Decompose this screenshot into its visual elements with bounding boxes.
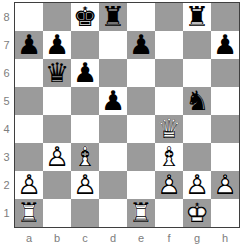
piece-white-pawn: ♙ [155,171,183,199]
piece-white-pawn: ♙ [211,171,239,199]
square-e3[interactable] [127,143,155,171]
square-f5[interactable] [155,87,183,115]
piece-white-bishop: ♗ [155,143,183,171]
rank-label-4: 4 [0,115,13,143]
square-b5[interactable] [43,87,71,115]
square-f8[interactable] [155,3,183,31]
square-d1[interactable] [99,199,127,227]
piece-white-pawn: ♙ [71,171,99,199]
file-label-h: h [211,231,239,245]
file-label-d: d [99,231,127,245]
square-g3[interactable] [183,143,211,171]
square-a1[interactable]: ♜♖ [15,199,43,227]
piece-black-rook: ♜ [99,3,127,31]
square-d3[interactable] [99,143,127,171]
piece-black-pawn: ♟ [15,31,43,59]
piece-black-pawn: ♟ [99,87,127,115]
square-e5[interactable] [127,87,155,115]
piece-white-rook: ♖ [127,199,155,227]
square-f4[interactable]: ♛♕ [155,115,183,143]
square-e1[interactable]: ♜♖ [127,199,155,227]
piece-white-bishop: ♗ [71,143,99,171]
rank-label-6: 6 [0,59,13,87]
piece-white-pawn: ♙ [183,171,211,199]
square-h7[interactable]: ♟ [211,31,239,59]
piece-white-queen: ♕ [155,115,183,143]
square-b1[interactable] [43,199,71,227]
square-c7[interactable] [71,31,99,59]
square-h5[interactable] [211,87,239,115]
piece-white-king-fill: ♚ [183,199,211,227]
square-c1[interactable] [71,199,99,227]
square-g4[interactable] [183,115,211,143]
square-g8[interactable]: ♜ [183,3,211,31]
piece-white-bishop-fill: ♝ [71,143,99,171]
file-label-g: g [183,231,211,245]
square-h6[interactable] [211,59,239,87]
piece-black-pawn: ♟ [127,31,155,59]
rank-label-2: 2 [0,171,13,199]
square-f6[interactable] [155,59,183,87]
square-b3[interactable]: ♟♙ [43,143,71,171]
rank-label-3: 3 [0,143,13,171]
square-b7[interactable]: ♟ [43,31,71,59]
square-g2[interactable]: ♟♙ [183,171,211,199]
square-c6[interactable]: ♟ [71,59,99,87]
square-h3[interactable] [211,143,239,171]
square-b6[interactable]: ♛ [43,59,71,87]
piece-black-pawn: ♟ [71,59,99,87]
chess-board: ♚♜♜♟♟♟♟♛♟♟♞♛♕♟♙♝♗♝♗♟♙♟♙♟♙♟♙♟♙♜♖♜♖♚♔ [14,2,240,228]
rank-label-1: 1 [0,199,13,227]
square-a6[interactable] [15,59,43,87]
file-labels: abcdefgh [15,231,239,245]
square-a4[interactable] [15,115,43,143]
square-a2[interactable]: ♟♙ [15,171,43,199]
square-g6[interactable] [183,59,211,87]
piece-white-bishop-fill: ♝ [155,143,183,171]
square-c3[interactable]: ♝♗ [71,143,99,171]
file-label-b: b [43,231,71,245]
square-d7[interactable] [99,31,127,59]
rank-label-7: 7 [0,31,13,59]
piece-black-queen: ♛ [43,59,71,87]
piece-white-pawn-fill: ♟ [15,171,43,199]
square-h2[interactable]: ♟♙ [211,171,239,199]
piece-white-rook-fill: ♜ [127,199,155,227]
square-a5[interactable] [15,87,43,115]
square-a3[interactable] [15,143,43,171]
square-h8[interactable] [211,3,239,31]
square-d4[interactable] [99,115,127,143]
square-g1[interactable]: ♚♔ [183,199,211,227]
piece-white-pawn: ♙ [15,171,43,199]
piece-black-pawn: ♟ [211,31,239,59]
square-g7[interactable] [183,31,211,59]
square-g5[interactable]: ♞ [183,87,211,115]
piece-white-rook: ♖ [15,199,43,227]
square-e7[interactable]: ♟ [127,31,155,59]
piece-black-king: ♚ [71,3,99,31]
square-b8[interactable] [43,3,71,31]
piece-white-pawn-fill: ♟ [43,143,71,171]
square-c2[interactable]: ♟♙ [71,171,99,199]
piece-white-pawn-fill: ♟ [183,171,211,199]
square-e4[interactable] [127,115,155,143]
piece-black-knight: ♞ [183,87,211,115]
square-a7[interactable]: ♟ [15,31,43,59]
square-f2[interactable]: ♟♙ [155,171,183,199]
square-a8[interactable] [15,3,43,31]
square-h4[interactable] [211,115,239,143]
file-label-a: a [15,231,43,245]
square-c4[interactable] [71,115,99,143]
square-h1[interactable] [211,199,239,227]
piece-black-pawn: ♟ [43,31,71,59]
piece-white-pawn-fill: ♟ [155,171,183,199]
square-d2[interactable] [99,171,127,199]
square-d8[interactable]: ♜ [99,3,127,31]
square-d5[interactable]: ♟ [99,87,127,115]
square-c5[interactable] [71,87,99,115]
rank-label-8: 8 [0,3,13,31]
piece-white-pawn-fill: ♟ [211,171,239,199]
file-label-c: c [71,231,99,245]
piece-white-queen-fill: ♛ [155,115,183,143]
square-e8[interactable] [127,3,155,31]
square-d6[interactable] [99,59,127,87]
chess-diagram: 87654321 ♚♜♜♟♟♟♟♛♟♟♞♛♕♟♙♝♗♝♗♟♙♟♙♟♙♟♙♟♙♜♖… [0,0,245,245]
piece-white-rook-fill: ♜ [15,199,43,227]
file-label-e: e [127,231,155,245]
square-e6[interactable] [127,59,155,87]
piece-white-pawn: ♙ [43,143,71,171]
square-f3[interactable]: ♝♗ [155,143,183,171]
square-b4[interactable] [43,115,71,143]
piece-black-rook: ♜ [183,3,211,31]
square-c8[interactable]: ♚ [71,3,99,31]
square-f7[interactable] [155,31,183,59]
rank-label-5: 5 [0,87,13,115]
square-e2[interactable] [127,171,155,199]
square-f1[interactable] [155,199,183,227]
file-label-f: f [155,231,183,245]
square-b2[interactable] [43,171,71,199]
piece-white-pawn-fill: ♟ [71,171,99,199]
piece-white-king: ♔ [183,199,211,227]
